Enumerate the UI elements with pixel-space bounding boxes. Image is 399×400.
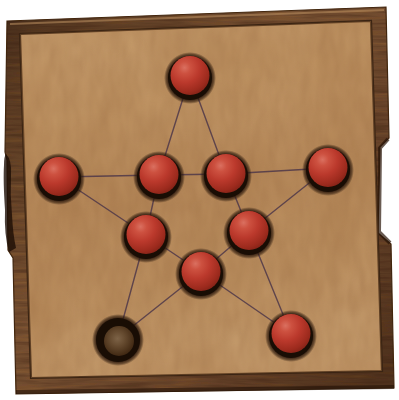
hole-iUL[interactable] (133, 151, 185, 203)
empty-hole-interior (104, 326, 134, 356)
hole-iUR[interactable] (200, 150, 252, 202)
marble-iR[interactable] (230, 211, 269, 250)
marble-iUR[interactable] (207, 154, 246, 193)
hole-iL[interactable] (120, 211, 172, 263)
star-solitaire-box (0, 0, 399, 400)
hole-LR[interactable] (265, 310, 317, 362)
hole-UR[interactable] (302, 144, 354, 196)
marble-iB[interactable] (182, 252, 221, 291)
marble-UL[interactable] (40, 157, 79, 196)
hole-iR[interactable] (223, 207, 275, 259)
marble-LR[interactable] (272, 314, 311, 353)
marble-UR[interactable] (309, 148, 348, 187)
marble-iUL[interactable] (140, 155, 179, 194)
marble-iL[interactable] (127, 215, 166, 254)
hole-T[interactable] (164, 52, 216, 104)
photo-background (0, 0, 399, 400)
hole-iB[interactable] (175, 248, 227, 300)
hole-UL[interactable] (33, 153, 85, 205)
right-notch (379, 139, 390, 243)
hole-LL[interactable] (92, 314, 144, 366)
marble-T[interactable] (171, 56, 210, 95)
